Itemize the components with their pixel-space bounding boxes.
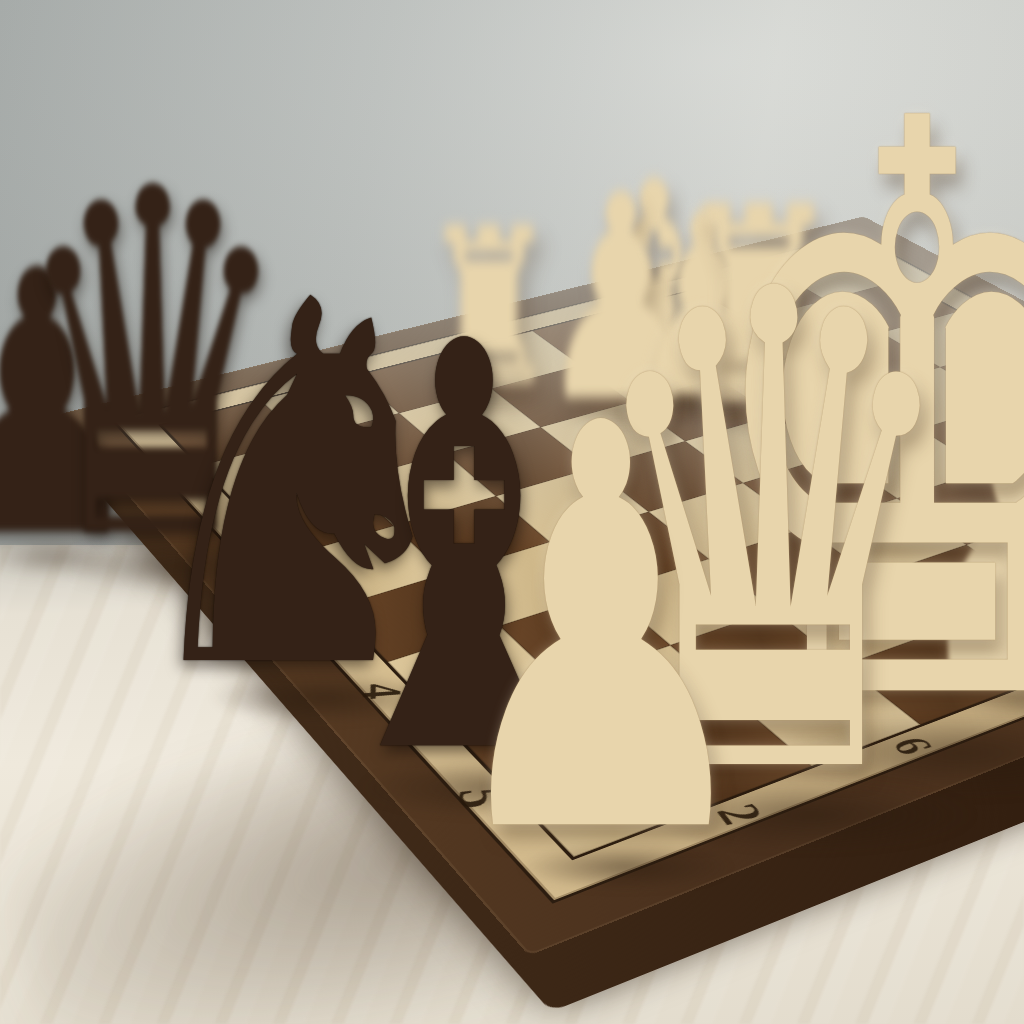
white-pawn-e2[interactable]: ♟: [437, 354, 766, 910]
chess-photo-scene: 134526 ♜♝♟♟♜♟♛♟♚♞♝♛♟: [0, 0, 1024, 1024]
